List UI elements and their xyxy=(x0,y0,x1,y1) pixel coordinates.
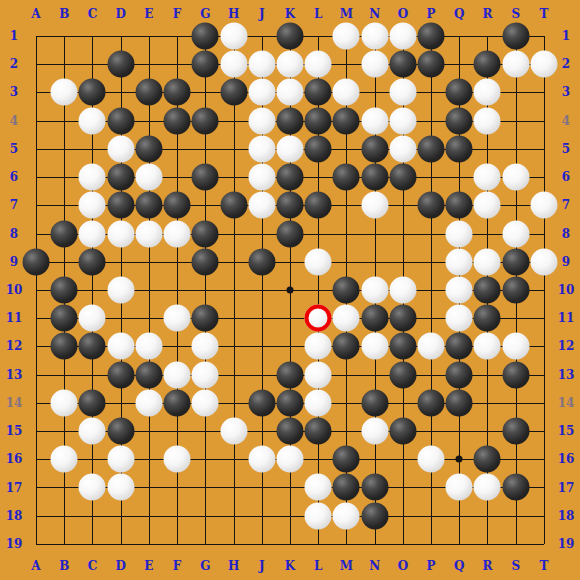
intersection-C17[interactable] xyxy=(78,473,106,501)
intersection-J4[interactable] xyxy=(248,107,276,135)
intersection-J3[interactable] xyxy=(248,78,276,106)
intersection-K18[interactable] xyxy=(276,502,304,530)
intersection-A19[interactable] xyxy=(22,530,50,558)
intersection-J9[interactable] xyxy=(248,248,276,276)
intersection-M12[interactable] xyxy=(332,332,360,360)
intersection-R9[interactable] xyxy=(473,248,501,276)
intersection-C14[interactable] xyxy=(78,389,106,417)
intersection-T9[interactable] xyxy=(530,248,558,276)
intersection-K14[interactable] xyxy=(276,389,304,417)
intersection-F2[interactable] xyxy=(163,50,191,78)
intersection-K7[interactable] xyxy=(276,191,304,219)
intersection-H8[interactable] xyxy=(219,219,247,247)
intersection-R12[interactable] xyxy=(473,332,501,360)
intersection-M4[interactable] xyxy=(332,107,360,135)
intersection-P4[interactable] xyxy=(417,107,445,135)
intersection-D8[interactable] xyxy=(107,219,135,247)
intersection-C5[interactable] xyxy=(78,135,106,163)
intersection-R7[interactable] xyxy=(473,191,501,219)
intersection-G15[interactable] xyxy=(191,417,219,445)
intersection-K8[interactable] xyxy=(276,219,304,247)
intersection-T6[interactable] xyxy=(530,163,558,191)
intersection-N12[interactable] xyxy=(361,332,389,360)
intersection-B13[interactable] xyxy=(50,361,78,389)
intersection-R4[interactable] xyxy=(473,107,501,135)
intersection-O10[interactable] xyxy=(389,276,417,304)
intersection-S14[interactable] xyxy=(502,389,530,417)
intersection-G14[interactable] xyxy=(191,389,219,417)
intersection-T4[interactable] xyxy=(530,107,558,135)
intersection-B17[interactable] xyxy=(50,473,78,501)
intersection-H9[interactable] xyxy=(219,248,247,276)
intersection-B3[interactable] xyxy=(50,78,78,106)
intersection-B1[interactable] xyxy=(50,22,78,50)
intersection-T8[interactable] xyxy=(530,219,558,247)
intersection-D18[interactable] xyxy=(107,502,135,530)
intersection-N8[interactable] xyxy=(361,219,389,247)
intersection-N6[interactable] xyxy=(361,163,389,191)
intersection-N19[interactable] xyxy=(361,530,389,558)
intersection-L16[interactable] xyxy=(304,445,332,473)
intersection-G12[interactable] xyxy=(191,332,219,360)
intersection-J12[interactable] xyxy=(248,332,276,360)
intersection-A8[interactable] xyxy=(22,219,50,247)
intersection-O16[interactable] xyxy=(389,445,417,473)
intersection-A14[interactable] xyxy=(22,389,50,417)
intersection-N15[interactable] xyxy=(361,417,389,445)
intersection-C18[interactable] xyxy=(78,502,106,530)
intersection-C16[interactable] xyxy=(78,445,106,473)
intersection-S5[interactable] xyxy=(502,135,530,163)
intersection-O13[interactable] xyxy=(389,361,417,389)
intersection-S11[interactable] xyxy=(502,304,530,332)
intersection-T3[interactable] xyxy=(530,78,558,106)
intersection-T19[interactable] xyxy=(530,530,558,558)
intersection-P16[interactable] xyxy=(417,445,445,473)
intersection-S10[interactable] xyxy=(502,276,530,304)
intersection-K15[interactable] xyxy=(276,417,304,445)
intersection-C6[interactable] xyxy=(78,163,106,191)
intersection-N2[interactable] xyxy=(361,50,389,78)
intersection-M11[interactable] xyxy=(332,304,360,332)
intersection-A16[interactable] xyxy=(22,445,50,473)
intersection-L1[interactable] xyxy=(304,22,332,50)
intersection-G16[interactable] xyxy=(191,445,219,473)
intersection-D11[interactable] xyxy=(107,304,135,332)
intersection-O8[interactable] xyxy=(389,219,417,247)
intersection-H15[interactable] xyxy=(219,417,247,445)
intersection-G6[interactable] xyxy=(191,163,219,191)
intersection-C11[interactable] xyxy=(78,304,106,332)
intersection-K17[interactable] xyxy=(276,473,304,501)
intersection-K16[interactable] xyxy=(276,445,304,473)
intersection-Q11[interactable] xyxy=(445,304,473,332)
intersection-P1[interactable] xyxy=(417,22,445,50)
intersection-R14[interactable] xyxy=(473,389,501,417)
intersection-S9[interactable] xyxy=(502,248,530,276)
intersection-H1[interactable] xyxy=(219,22,247,50)
intersection-Q16[interactable] xyxy=(445,445,473,473)
intersection-F15[interactable] xyxy=(163,417,191,445)
intersection-N9[interactable] xyxy=(361,248,389,276)
intersection-F14[interactable] xyxy=(163,389,191,417)
intersection-B4[interactable] xyxy=(50,107,78,135)
intersection-E5[interactable] xyxy=(135,135,163,163)
intersection-A11[interactable] xyxy=(22,304,50,332)
intersection-F18[interactable] xyxy=(163,502,191,530)
intersection-J14[interactable] xyxy=(248,389,276,417)
intersection-M18[interactable] xyxy=(332,502,360,530)
intersection-C8[interactable] xyxy=(78,219,106,247)
intersection-N17[interactable] xyxy=(361,473,389,501)
intersection-B6[interactable] xyxy=(50,163,78,191)
intersection-M7[interactable] xyxy=(332,191,360,219)
intersection-C13[interactable] xyxy=(78,361,106,389)
intersection-B11[interactable] xyxy=(50,304,78,332)
intersection-A10[interactable] xyxy=(22,276,50,304)
intersection-Q9[interactable] xyxy=(445,248,473,276)
intersection-F8[interactable] xyxy=(163,219,191,247)
intersection-Q4[interactable] xyxy=(445,107,473,135)
intersection-P10[interactable] xyxy=(417,276,445,304)
intersection-M17[interactable] xyxy=(332,473,360,501)
intersection-T2[interactable] xyxy=(530,50,558,78)
intersection-O11[interactable] xyxy=(389,304,417,332)
intersection-Q5[interactable] xyxy=(445,135,473,163)
intersection-J18[interactable] xyxy=(248,502,276,530)
intersection-K2[interactable] xyxy=(276,50,304,78)
intersection-P12[interactable] xyxy=(417,332,445,360)
intersection-C4[interactable] xyxy=(78,107,106,135)
intersection-F7[interactable] xyxy=(163,191,191,219)
intersection-D10[interactable] xyxy=(107,276,135,304)
intersection-H4[interactable] xyxy=(219,107,247,135)
intersection-E14[interactable] xyxy=(135,389,163,417)
intersection-G19[interactable] xyxy=(191,530,219,558)
intersection-L14[interactable] xyxy=(304,389,332,417)
intersection-P17[interactable] xyxy=(417,473,445,501)
intersection-K4[interactable] xyxy=(276,107,304,135)
intersection-N11[interactable] xyxy=(361,304,389,332)
intersection-Q18[interactable] xyxy=(445,502,473,530)
intersection-R5[interactable] xyxy=(473,135,501,163)
intersection-R16[interactable] xyxy=(473,445,501,473)
intersection-E15[interactable] xyxy=(135,417,163,445)
intersection-A18[interactable] xyxy=(22,502,50,530)
intersection-C10[interactable] xyxy=(78,276,106,304)
intersection-E17[interactable] xyxy=(135,473,163,501)
intersection-R17[interactable] xyxy=(473,473,501,501)
intersection-P2[interactable] xyxy=(417,50,445,78)
intersection-E1[interactable] xyxy=(135,22,163,50)
intersection-F16[interactable] xyxy=(163,445,191,473)
intersection-B10[interactable] xyxy=(50,276,78,304)
intersection-B8[interactable] xyxy=(50,219,78,247)
intersection-L10[interactable] xyxy=(304,276,332,304)
intersection-M5[interactable] xyxy=(332,135,360,163)
intersection-L6[interactable] xyxy=(304,163,332,191)
intersection-H16[interactable] xyxy=(219,445,247,473)
intersection-S2[interactable] xyxy=(502,50,530,78)
intersection-K9[interactable] xyxy=(276,248,304,276)
intersection-R8[interactable] xyxy=(473,219,501,247)
intersection-K3[interactable] xyxy=(276,78,304,106)
intersection-T11[interactable] xyxy=(530,304,558,332)
intersection-G8[interactable] xyxy=(191,219,219,247)
intersection-R13[interactable] xyxy=(473,361,501,389)
intersection-F17[interactable] xyxy=(163,473,191,501)
intersection-M15[interactable] xyxy=(332,417,360,445)
intersection-G3[interactable] xyxy=(191,78,219,106)
intersection-B2[interactable] xyxy=(50,50,78,78)
intersection-C12[interactable] xyxy=(78,332,106,360)
intersection-E4[interactable] xyxy=(135,107,163,135)
intersection-Q19[interactable] xyxy=(445,530,473,558)
intersection-C3[interactable] xyxy=(78,78,106,106)
intersection-H12[interactable] xyxy=(219,332,247,360)
intersection-L18[interactable] xyxy=(304,502,332,530)
intersection-A9[interactable] xyxy=(22,248,50,276)
intersection-D6[interactable] xyxy=(107,163,135,191)
intersection-E12[interactable] xyxy=(135,332,163,360)
intersection-L11[interactable] xyxy=(304,304,332,332)
intersection-D13[interactable] xyxy=(107,361,135,389)
intersection-M14[interactable] xyxy=(332,389,360,417)
intersection-D14[interactable] xyxy=(107,389,135,417)
intersection-A1[interactable] xyxy=(22,22,50,50)
intersection-O7[interactable] xyxy=(389,191,417,219)
intersection-P6[interactable] xyxy=(417,163,445,191)
intersection-F5[interactable] xyxy=(163,135,191,163)
intersection-K10[interactable] xyxy=(276,276,304,304)
intersection-T15[interactable] xyxy=(530,417,558,445)
intersection-G17[interactable] xyxy=(191,473,219,501)
intersection-B12[interactable] xyxy=(50,332,78,360)
intersection-L3[interactable] xyxy=(304,78,332,106)
intersection-R19[interactable] xyxy=(473,530,501,558)
intersection-T12[interactable] xyxy=(530,332,558,360)
intersection-L4[interactable] xyxy=(304,107,332,135)
intersection-B15[interactable] xyxy=(50,417,78,445)
intersection-O17[interactable] xyxy=(389,473,417,501)
intersection-O4[interactable] xyxy=(389,107,417,135)
intersection-P3[interactable] xyxy=(417,78,445,106)
intersection-R15[interactable] xyxy=(473,417,501,445)
intersection-G4[interactable] xyxy=(191,107,219,135)
intersection-L12[interactable] xyxy=(304,332,332,360)
intersection-P8[interactable] xyxy=(417,219,445,247)
intersection-J6[interactable] xyxy=(248,163,276,191)
intersection-O5[interactable] xyxy=(389,135,417,163)
intersection-H5[interactable] xyxy=(219,135,247,163)
intersection-T14[interactable] xyxy=(530,389,558,417)
intersection-S17[interactable] xyxy=(502,473,530,501)
intersection-T13[interactable] xyxy=(530,361,558,389)
intersection-J8[interactable] xyxy=(248,219,276,247)
intersection-D5[interactable] xyxy=(107,135,135,163)
intersection-F9[interactable] xyxy=(163,248,191,276)
intersection-J2[interactable] xyxy=(248,50,276,78)
intersection-S18[interactable] xyxy=(502,502,530,530)
intersection-S7[interactable] xyxy=(502,191,530,219)
intersection-S1[interactable] xyxy=(502,22,530,50)
intersection-F19[interactable] xyxy=(163,530,191,558)
intersection-S19[interactable] xyxy=(502,530,530,558)
intersection-N10[interactable] xyxy=(361,276,389,304)
intersection-J11[interactable] xyxy=(248,304,276,332)
intersection-R11[interactable] xyxy=(473,304,501,332)
intersection-N4[interactable] xyxy=(361,107,389,135)
intersection-E11[interactable] xyxy=(135,304,163,332)
intersection-F10[interactable] xyxy=(163,276,191,304)
intersection-C2[interactable] xyxy=(78,50,106,78)
intersection-G9[interactable] xyxy=(191,248,219,276)
intersection-K13[interactable] xyxy=(276,361,304,389)
intersection-H3[interactable] xyxy=(219,78,247,106)
intersection-P7[interactable] xyxy=(417,191,445,219)
intersection-M3[interactable] xyxy=(332,78,360,106)
intersection-C15[interactable] xyxy=(78,417,106,445)
intersection-H11[interactable] xyxy=(219,304,247,332)
intersection-P9[interactable] xyxy=(417,248,445,276)
intersection-L5[interactable] xyxy=(304,135,332,163)
intersection-Q8[interactable] xyxy=(445,219,473,247)
intersection-D7[interactable] xyxy=(107,191,135,219)
intersection-E16[interactable] xyxy=(135,445,163,473)
intersection-S6[interactable] xyxy=(502,163,530,191)
intersection-K1[interactable] xyxy=(276,22,304,50)
intersection-T1[interactable] xyxy=(530,22,558,50)
intersection-R1[interactable] xyxy=(473,22,501,50)
intersection-M6[interactable] xyxy=(332,163,360,191)
intersection-E6[interactable] xyxy=(135,163,163,191)
intersection-S13[interactable] xyxy=(502,361,530,389)
intersection-H14[interactable] xyxy=(219,389,247,417)
intersection-E9[interactable] xyxy=(135,248,163,276)
intersection-K6[interactable] xyxy=(276,163,304,191)
intersection-A17[interactable] xyxy=(22,473,50,501)
intersection-D16[interactable] xyxy=(107,445,135,473)
intersection-H19[interactable] xyxy=(219,530,247,558)
intersection-O15[interactable] xyxy=(389,417,417,445)
intersection-G13[interactable] xyxy=(191,361,219,389)
intersection-O1[interactable] xyxy=(389,22,417,50)
intersection-J10[interactable] xyxy=(248,276,276,304)
intersection-N16[interactable] xyxy=(361,445,389,473)
intersection-J13[interactable] xyxy=(248,361,276,389)
intersection-P5[interactable] xyxy=(417,135,445,163)
intersection-E8[interactable] xyxy=(135,219,163,247)
intersection-L19[interactable] xyxy=(304,530,332,558)
intersection-E2[interactable] xyxy=(135,50,163,78)
intersection-M1[interactable] xyxy=(332,22,360,50)
intersection-G5[interactable] xyxy=(191,135,219,163)
intersection-C7[interactable] xyxy=(78,191,106,219)
intersection-E10[interactable] xyxy=(135,276,163,304)
intersection-Q3[interactable] xyxy=(445,78,473,106)
intersection-D3[interactable] xyxy=(107,78,135,106)
intersection-N13[interactable] xyxy=(361,361,389,389)
intersection-B5[interactable] xyxy=(50,135,78,163)
intersection-H18[interactable] xyxy=(219,502,247,530)
intersection-L8[interactable] xyxy=(304,219,332,247)
intersection-T10[interactable] xyxy=(530,276,558,304)
intersection-L17[interactable] xyxy=(304,473,332,501)
intersection-H13[interactable] xyxy=(219,361,247,389)
intersection-R18[interactable] xyxy=(473,502,501,530)
intersection-Q13[interactable] xyxy=(445,361,473,389)
intersection-O6[interactable] xyxy=(389,163,417,191)
intersection-F4[interactable] xyxy=(163,107,191,135)
intersection-T18[interactable] xyxy=(530,502,558,530)
intersection-F12[interactable] xyxy=(163,332,191,360)
intersection-N1[interactable] xyxy=(361,22,389,50)
intersection-J1[interactable] xyxy=(248,22,276,50)
intersection-G7[interactable] xyxy=(191,191,219,219)
intersection-M2[interactable] xyxy=(332,50,360,78)
intersection-S4[interactable] xyxy=(502,107,530,135)
intersection-A7[interactable] xyxy=(22,191,50,219)
intersection-D17[interactable] xyxy=(107,473,135,501)
intersection-S3[interactable] xyxy=(502,78,530,106)
intersection-J19[interactable] xyxy=(248,530,276,558)
intersection-B18[interactable] xyxy=(50,502,78,530)
intersection-B19[interactable] xyxy=(50,530,78,558)
intersection-N5[interactable] xyxy=(361,135,389,163)
intersection-G11[interactable] xyxy=(191,304,219,332)
intersection-F11[interactable] xyxy=(163,304,191,332)
intersection-J7[interactable] xyxy=(248,191,276,219)
intersection-E18[interactable] xyxy=(135,502,163,530)
intersection-H6[interactable] xyxy=(219,163,247,191)
intersection-A5[interactable] xyxy=(22,135,50,163)
intersection-S15[interactable] xyxy=(502,417,530,445)
intersection-R3[interactable] xyxy=(473,78,501,106)
intersection-E13[interactable] xyxy=(135,361,163,389)
intersection-D9[interactable] xyxy=(107,248,135,276)
intersection-Q12[interactable] xyxy=(445,332,473,360)
intersection-P18[interactable] xyxy=(417,502,445,530)
intersection-O18[interactable] xyxy=(389,502,417,530)
intersection-K11[interactable] xyxy=(276,304,304,332)
intersection-F6[interactable] xyxy=(163,163,191,191)
intersection-K12[interactable] xyxy=(276,332,304,360)
intersection-P11[interactable] xyxy=(417,304,445,332)
intersection-Q6[interactable] xyxy=(445,163,473,191)
intersection-A4[interactable] xyxy=(22,107,50,135)
intersection-F13[interactable] xyxy=(163,361,191,389)
intersection-M10[interactable] xyxy=(332,276,360,304)
intersection-M9[interactable] xyxy=(332,248,360,276)
intersection-D1[interactable] xyxy=(107,22,135,50)
intersection-L7[interactable] xyxy=(304,191,332,219)
intersection-C1[interactable] xyxy=(78,22,106,50)
intersection-D15[interactable] xyxy=(107,417,135,445)
intersection-N18[interactable] xyxy=(361,502,389,530)
intersection-T5[interactable] xyxy=(530,135,558,163)
intersection-B14[interactable] xyxy=(50,389,78,417)
intersection-E19[interactable] xyxy=(135,530,163,558)
intersection-D4[interactable] xyxy=(107,107,135,135)
intersection-M16[interactable] xyxy=(332,445,360,473)
intersection-O9[interactable] xyxy=(389,248,417,276)
intersection-B9[interactable] xyxy=(50,248,78,276)
intersection-O3[interactable] xyxy=(389,78,417,106)
intersection-M8[interactable] xyxy=(332,219,360,247)
intersection-O12[interactable] xyxy=(389,332,417,360)
intersection-A15[interactable] xyxy=(22,417,50,445)
intersection-Q1[interactable] xyxy=(445,22,473,50)
